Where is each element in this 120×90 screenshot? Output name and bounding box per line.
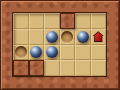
- hole-target: [15, 46, 27, 58]
- marble-piece[interactable]: [30, 46, 42, 58]
- cell-r2c4-floor: [75, 45, 91, 61]
- cell-r1c3-hole: [60, 29, 76, 45]
- cell-r2c3-floor: [60, 45, 76, 61]
- cell-r0c0-floor: [13, 13, 29, 29]
- cell-r1c5-home: [91, 29, 107, 45]
- marble-piece[interactable]: [46, 46, 58, 58]
- cell-r0c1-floor: [29, 13, 45, 29]
- cell-r2c2-marble: [44, 45, 60, 61]
- game-window: [0, 0, 120, 90]
- marble-piece[interactable]: [46, 31, 58, 43]
- cell-r1c4-marble: [75, 29, 91, 45]
- cell-r0c4-floor: [75, 13, 91, 29]
- cell-r3c4-floor: [75, 60, 91, 76]
- cell-r0c3-wall: [60, 13, 76, 29]
- cell-r3c0-wall: [13, 60, 29, 76]
- marble-piece[interactable]: [77, 31, 89, 43]
- cell-r1c0-floor: [13, 29, 29, 45]
- cell-r1c2-marble: [44, 29, 60, 45]
- cell-r2c1-marble: [29, 45, 45, 61]
- cell-r0c5-floor: [91, 13, 107, 29]
- cell-r3c5-floor: [91, 60, 107, 76]
- cell-r2c0-hole: [13, 45, 29, 61]
- cell-r3c1-wall: [29, 60, 45, 76]
- cell-r3c2-floor: [44, 60, 60, 76]
- home-icon: [93, 31, 104, 42]
- cell-r0c2-floor: [44, 13, 60, 29]
- hole-target: [61, 31, 73, 43]
- cell-r1c1-floor: [29, 29, 45, 45]
- cell-r3c3-floor: [60, 60, 76, 76]
- board-grid: [13, 13, 106, 76]
- cell-r2c5-floor: [91, 45, 107, 61]
